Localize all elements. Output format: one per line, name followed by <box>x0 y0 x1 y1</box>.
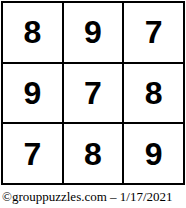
grid-cell-r2c3[interactable]: 8 <box>124 64 183 123</box>
grid-cell-r2c1[interactable]: 9 <box>3 64 62 123</box>
grid-cell-r2c2[interactable]: 7 <box>64 64 123 123</box>
puzzle-page: 8 9 7 9 7 8 7 8 9 ©grouppuzzles.com – 1/… <box>0 0 186 208</box>
grid-cell-r3c1[interactable]: 7 <box>3 124 62 183</box>
tictac-board: 8 9 7 9 7 8 7 8 9 <box>1 1 185 185</box>
copyright-line: ©grouppuzzles.com – 1/17/2021 <box>2 187 184 207</box>
grid-cell-r1c3[interactable]: 7 <box>124 3 183 62</box>
grid-cell-r1c2[interactable]: 9 <box>64 3 123 62</box>
copyright-text: ©grouppuzzles.com – 1/17/2021 <box>2 189 173 205</box>
grid-cell-r1c1[interactable]: 8 <box>3 3 62 62</box>
grid-cell-r3c3[interactable]: 9 <box>124 124 183 183</box>
grid-cell-r3c2[interactable]: 8 <box>64 124 123 183</box>
